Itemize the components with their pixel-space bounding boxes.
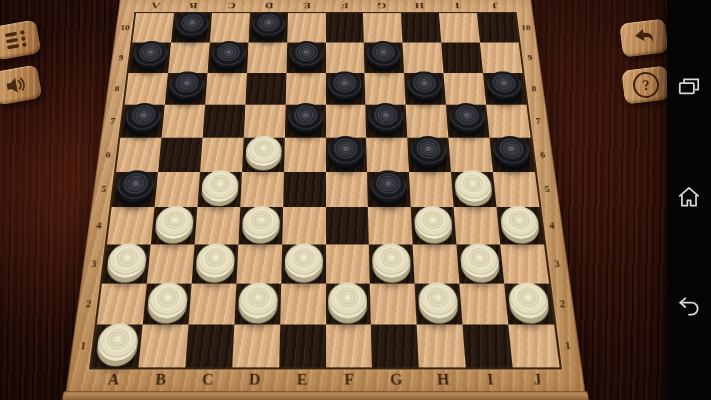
- square-d9[interactable]: [247, 42, 287, 72]
- square-i2[interactable]: [460, 284, 509, 325]
- square-i4[interactable]: [454, 207, 501, 244]
- help-label: ?: [641, 76, 651, 94]
- square-a2[interactable]: [97, 284, 147, 325]
- black-man[interactable]: [328, 72, 362, 100]
- square-h8[interactable]: [404, 73, 446, 105]
- square-c2[interactable]: [188, 284, 236, 325]
- square-e6[interactable]: [284, 137, 326, 171]
- file-label-f: F: [326, 367, 373, 393]
- square-g6[interactable]: [367, 137, 410, 171]
- square-j4[interactable]: [497, 207, 544, 244]
- square-i10[interactable]: [439, 13, 480, 42]
- board-grid: [91, 13, 559, 367]
- square-j9[interactable]: [480, 42, 522, 72]
- white-man[interactable]: [241, 206, 279, 239]
- black-man[interactable]: [132, 41, 168, 68]
- square-e7[interactable]: [284, 104, 325, 137]
- square-i9[interactable]: [441, 42, 483, 72]
- black-man[interactable]: [287, 103, 322, 132]
- white-man[interactable]: [195, 243, 235, 277]
- white-man[interactable]: [201, 170, 239, 201]
- black-man[interactable]: [124, 103, 162, 132]
- help-icon: ?: [632, 71, 661, 100]
- square-i8[interactable]: [444, 73, 487, 105]
- white-man[interactable]: [499, 206, 540, 239]
- white-man[interactable]: [96, 323, 140, 360]
- square-e2[interactable]: [280, 284, 326, 325]
- white-man[interactable]: [154, 206, 194, 239]
- black-man[interactable]: [486, 72, 523, 100]
- undo-button[interactable]: [619, 18, 669, 57]
- black-man[interactable]: [168, 72, 205, 100]
- square-g1[interactable]: [371, 325, 419, 368]
- square-i7[interactable]: [446, 104, 490, 137]
- square-g3[interactable]: [369, 245, 415, 284]
- square-a7[interactable]: [120, 104, 164, 137]
- file-label-g: G: [372, 367, 420, 393]
- game-screen: ABCDEFGHIJ ABCDEFGHIJ 10987654321 109876…: [0, 0, 711, 400]
- black-man[interactable]: [449, 103, 486, 132]
- white-man[interactable]: [414, 206, 453, 239]
- square-d5[interactable]: [240, 172, 284, 208]
- square-d6[interactable]: [242, 137, 285, 171]
- square-h3[interactable]: [413, 245, 460, 284]
- square-f1[interactable]: [326, 325, 373, 368]
- square-j1[interactable]: [508, 325, 559, 368]
- board-frame: ABCDEFGHIJ ABCDEFGHIJ 10987654321 109876…: [66, 0, 586, 393]
- square-h5[interactable]: [409, 172, 454, 208]
- black-man[interactable]: [407, 72, 443, 100]
- square-c8[interactable]: [205, 73, 247, 105]
- square-a3[interactable]: [102, 245, 151, 284]
- square-h4[interactable]: [411, 207, 457, 244]
- black-man[interactable]: [174, 12, 209, 38]
- square-f9[interactable]: [326, 42, 365, 72]
- square-c9[interactable]: [207, 42, 248, 72]
- square-b4[interactable]: [151, 207, 198, 244]
- square-j8[interactable]: [483, 73, 526, 105]
- file-label-b: B: [136, 367, 185, 393]
- square-c1[interactable]: [185, 325, 234, 368]
- square-h2[interactable]: [415, 284, 463, 325]
- square-f8[interactable]: [326, 73, 366, 105]
- black-man[interactable]: [210, 41, 245, 68]
- square-b3[interactable]: [147, 245, 195, 284]
- undo-arrow-icon: [630, 25, 658, 50]
- checkers-board: ABCDEFGHIJ ABCDEFGHIJ 10987654321 109876…: [66, 0, 586, 393]
- black-man[interactable]: [367, 41, 401, 68]
- square-a5[interactable]: [112, 172, 158, 208]
- square-i1[interactable]: [463, 325, 513, 368]
- square-j10[interactable]: [477, 13, 519, 42]
- white-man[interactable]: [329, 282, 368, 318]
- square-g9[interactable]: [364, 42, 404, 72]
- square-b5[interactable]: [154, 172, 199, 208]
- square-b9[interactable]: [168, 42, 210, 72]
- square-j5[interactable]: [493, 172, 539, 208]
- file-label-top-a: A: [136, 0, 175, 13]
- black-man[interactable]: [410, 136, 447, 166]
- square-h10[interactable]: [401, 13, 441, 42]
- file-label-top-i: I: [438, 0, 477, 13]
- square-i3[interactable]: [457, 245, 505, 284]
- square-j2[interactable]: [504, 284, 554, 325]
- black-man[interactable]: [370, 170, 407, 201]
- square-e8[interactable]: [285, 73, 325, 105]
- square-h7[interactable]: [406, 104, 449, 137]
- square-e9[interactable]: [286, 42, 325, 72]
- black-man[interactable]: [289, 41, 323, 68]
- square-d7[interactable]: [243, 104, 285, 137]
- menu-icon: [2, 28, 29, 52]
- square-i6[interactable]: [449, 137, 493, 171]
- square-c10[interactable]: [210, 13, 250, 42]
- square-d8[interactable]: [245, 73, 286, 105]
- square-a10[interactable]: [132, 13, 174, 42]
- square-e1[interactable]: [279, 325, 326, 368]
- square-a9[interactable]: [129, 42, 171, 72]
- white-man[interactable]: [454, 170, 493, 201]
- white-man[interactable]: [106, 243, 148, 277]
- square-e3[interactable]: [281, 245, 326, 284]
- square-f4[interactable]: [326, 207, 370, 244]
- file-label-top-c: C: [212, 0, 251, 13]
- rank-label-right-10: 10: [515, 13, 537, 42]
- black-man[interactable]: [328, 136, 364, 166]
- square-d3[interactable]: [236, 245, 282, 284]
- square-b8[interactable]: [165, 73, 208, 105]
- home-icon[interactable]: [676, 184, 702, 210]
- square-b7[interactable]: [161, 104, 205, 137]
- square-a4[interactable]: [107, 207, 154, 244]
- white-man[interactable]: [372, 243, 411, 277]
- square-d10[interactable]: [248, 13, 287, 42]
- file-label-i: I: [466, 367, 515, 393]
- square-f7[interactable]: [326, 104, 367, 137]
- square-b10[interactable]: [171, 13, 212, 42]
- square-h6[interactable]: [408, 137, 452, 171]
- recents-icon[interactable]: [676, 76, 702, 100]
- white-man[interactable]: [418, 282, 459, 318]
- black-man[interactable]: [251, 12, 285, 38]
- square-d4[interactable]: [238, 207, 283, 244]
- file-label-j: J: [513, 367, 563, 393]
- square-g5[interactable]: [367, 172, 411, 208]
- square-g7[interactable]: [366, 104, 408, 137]
- speaker-icon: [3, 73, 30, 97]
- square-f5[interactable]: [326, 172, 369, 208]
- file-label-top-f: F: [326, 0, 364, 13]
- white-man[interactable]: [460, 243, 501, 277]
- square-c4[interactable]: [194, 207, 240, 244]
- square-j6[interactable]: [490, 137, 535, 171]
- square-c7[interactable]: [202, 104, 245, 137]
- black-man[interactable]: [492, 136, 531, 166]
- square-d1[interactable]: [232, 325, 280, 368]
- square-h1[interactable]: [417, 325, 466, 368]
- android-nav-bar: [667, 0, 711, 400]
- square-g2[interactable]: [370, 284, 417, 325]
- square-a6[interactable]: [116, 137, 161, 171]
- file-labels-bottom: ABCDEFGHIJ: [88, 367, 563, 393]
- square-e5[interactable]: [283, 172, 326, 208]
- file-label-e: E: [278, 367, 325, 393]
- square-d2[interactable]: [234, 284, 281, 325]
- square-c6[interactable]: [200, 137, 244, 171]
- square-h9[interactable]: [403, 42, 444, 72]
- square-f10[interactable]: [326, 13, 365, 42]
- square-j7[interactable]: [486, 104, 530, 137]
- file-label-top-e: E: [288, 0, 326, 13]
- square-f3[interactable]: [326, 245, 371, 284]
- square-b1[interactable]: [138, 325, 188, 368]
- file-label-c: C: [183, 367, 232, 393]
- square-g4[interactable]: [368, 207, 413, 244]
- square-f6[interactable]: [326, 137, 368, 171]
- square-g10[interactable]: [363, 13, 402, 42]
- square-c5[interactable]: [197, 172, 242, 208]
- help-button[interactable]: ?: [621, 65, 671, 104]
- file-label-h: H: [419, 367, 468, 393]
- square-g8[interactable]: [365, 73, 406, 105]
- black-man[interactable]: [115, 170, 155, 201]
- square-b6[interactable]: [158, 137, 202, 171]
- square-c3[interactable]: [191, 245, 238, 284]
- square-j3[interactable]: [500, 245, 549, 284]
- white-man[interactable]: [284, 243, 322, 277]
- white-man[interactable]: [245, 136, 282, 166]
- white-man[interactable]: [146, 282, 188, 318]
- square-i5[interactable]: [451, 172, 496, 208]
- square-b2[interactable]: [143, 284, 192, 325]
- file-label-d: D: [231, 367, 279, 393]
- square-e4[interactable]: [282, 207, 326, 244]
- back-icon[interactable]: [676, 294, 702, 320]
- square-a1[interactable]: [91, 325, 142, 368]
- white-man[interactable]: [238, 282, 278, 318]
- file-label-a: A: [88, 367, 138, 393]
- file-label-top-g: G: [363, 0, 401, 13]
- white-man[interactable]: [507, 282, 550, 318]
- square-a8[interactable]: [125, 73, 168, 105]
- file-label-top-j: J: [476, 0, 515, 13]
- square-f2[interactable]: [326, 284, 372, 325]
- black-man[interactable]: [368, 103, 404, 132]
- square-e10[interactable]: [287, 13, 326, 42]
- file-label-top-h: H: [401, 0, 440, 13]
